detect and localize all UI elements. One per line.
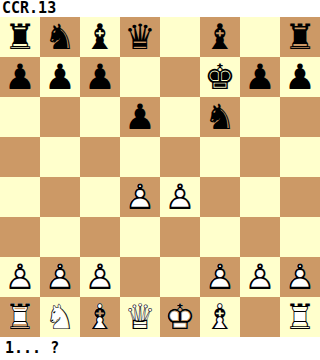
- piece-glyph: ♟: [0, 57, 40, 97]
- square-e1[interactable]: ♚♔: [160, 297, 200, 337]
- square-h1[interactable]: ♜♖: [280, 297, 320, 337]
- square-b8[interactable]: ♞: [40, 17, 80, 57]
- piece-outline: ♗: [200, 297, 240, 337]
- square-d4[interactable]: ♟♙: [120, 177, 160, 217]
- piece-glyph: ♛: [120, 17, 160, 57]
- piece-outline: ♙: [280, 257, 320, 297]
- white-pawn-icon[interactable]: ♟♙: [160, 177, 200, 217]
- black-pawn-icon[interactable]: ♟: [0, 57, 40, 97]
- white-bishop-icon[interactable]: ♝♗: [200, 297, 240, 337]
- square-b1[interactable]: ♞♘: [40, 297, 80, 337]
- black-queen-icon[interactable]: ♛: [120, 17, 160, 57]
- chess-puzzle-screen: CCR.13 ♜♞♝♛♝♜♟♟♟♚♟♟♟♞♟♙♟♙♟♙♟♙♟♙♟♙♟♙♟♙♜♖♞…: [0, 0, 320, 360]
- piece-glyph: ♟: [40, 57, 80, 97]
- white-pawn-icon[interactable]: ♟♙: [240, 257, 280, 297]
- square-d2[interactable]: [120, 257, 160, 297]
- square-e2[interactable]: [160, 257, 200, 297]
- piece-outline: ♕: [120, 297, 160, 337]
- black-pawn-icon[interactable]: ♟: [40, 57, 80, 97]
- square-d8[interactable]: ♛: [120, 17, 160, 57]
- black-pawn-icon[interactable]: ♟: [80, 57, 120, 97]
- square-c5[interactable]: [80, 137, 120, 177]
- square-b4[interactable]: [40, 177, 80, 217]
- piece-glyph: ♟: [280, 57, 320, 97]
- white-bishop-icon[interactable]: ♝♗: [80, 297, 120, 337]
- puzzle-id-label: CCR.13: [0, 0, 56, 17]
- square-a6[interactable]: [0, 97, 40, 137]
- piece-outline: ♗: [80, 297, 120, 337]
- piece-glyph: ♞: [40, 17, 80, 57]
- white-pawn-icon[interactable]: ♟♙: [200, 257, 240, 297]
- piece-outline: ♙: [80, 257, 120, 297]
- square-h6[interactable]: [280, 97, 320, 137]
- white-rook-icon[interactable]: ♜♖: [0, 297, 40, 337]
- square-a3[interactable]: [0, 217, 40, 257]
- square-c1[interactable]: ♝♗: [80, 297, 120, 337]
- header: CCR.13: [0, 0, 320, 17]
- black-bishop-icon[interactable]: ♝: [80, 17, 120, 57]
- square-g3[interactable]: [240, 217, 280, 257]
- black-king-icon[interactable]: ♚: [200, 57, 240, 97]
- black-pawn-icon[interactable]: ♟: [240, 57, 280, 97]
- move-prompt-label: 1... ?: [0, 337, 59, 360]
- piece-glyph: ♜: [0, 17, 40, 57]
- piece-outline: ♖: [0, 297, 40, 337]
- square-e5[interactable]: [160, 137, 200, 177]
- square-g5[interactable]: [240, 137, 280, 177]
- square-b7[interactable]: ♟: [40, 57, 80, 97]
- square-b2[interactable]: ♟♙: [40, 257, 80, 297]
- white-king-icon[interactable]: ♚♔: [160, 297, 200, 337]
- square-d7[interactable]: [120, 57, 160, 97]
- square-a4[interactable]: [0, 177, 40, 217]
- square-h5[interactable]: [280, 137, 320, 177]
- square-h3[interactable]: [280, 217, 320, 257]
- square-e7[interactable]: [160, 57, 200, 97]
- square-g8[interactable]: [240, 17, 280, 57]
- piece-outline: ♙: [200, 257, 240, 297]
- square-h7[interactable]: ♟: [280, 57, 320, 97]
- square-a5[interactable]: [0, 137, 40, 177]
- piece-outline: ♙: [120, 177, 160, 217]
- white-pawn-icon[interactable]: ♟♙: [280, 257, 320, 297]
- black-pawn-icon[interactable]: ♟: [120, 97, 160, 137]
- piece-outline: ♔: [160, 297, 200, 337]
- square-f1[interactable]: ♝♗: [200, 297, 240, 337]
- footer: 1... ?: [0, 337, 320, 360]
- square-g2[interactable]: ♟♙: [240, 257, 280, 297]
- square-a1[interactable]: ♜♖: [0, 297, 40, 337]
- white-pawn-icon[interactable]: ♟♙: [120, 177, 160, 217]
- square-d6[interactable]: ♟: [120, 97, 160, 137]
- square-a8[interactable]: ♜: [0, 17, 40, 57]
- square-c7[interactable]: ♟: [80, 57, 120, 97]
- square-d5[interactable]: [120, 137, 160, 177]
- white-pawn-icon[interactable]: ♟♙: [80, 257, 120, 297]
- black-rook-icon[interactable]: ♜: [0, 17, 40, 57]
- square-g6[interactable]: [240, 97, 280, 137]
- square-f8[interactable]: ♝: [200, 17, 240, 57]
- piece-outline: ♘: [40, 297, 80, 337]
- square-g4[interactable]: [240, 177, 280, 217]
- white-pawn-icon[interactable]: ♟♙: [40, 257, 80, 297]
- square-c2[interactable]: ♟♙: [80, 257, 120, 297]
- piece-outline: ♙: [160, 177, 200, 217]
- square-a2[interactable]: ♟♙: [0, 257, 40, 297]
- piece-glyph: ♟: [80, 57, 120, 97]
- piece-glyph: ♟: [120, 97, 160, 137]
- square-h8[interactable]: ♜: [280, 17, 320, 57]
- piece-glyph: ♞: [200, 97, 240, 137]
- square-f3[interactable]: [200, 217, 240, 257]
- square-e3[interactable]: [160, 217, 200, 257]
- white-rook-icon[interactable]: ♜♖: [280, 297, 320, 337]
- piece-glyph: ♜: [280, 17, 320, 57]
- square-h4[interactable]: [280, 177, 320, 217]
- square-g7[interactable]: ♟: [240, 57, 280, 97]
- square-f4[interactable]: [200, 177, 240, 217]
- black-bishop-icon[interactable]: ♝: [200, 17, 240, 57]
- piece-glyph: ♝: [200, 17, 240, 57]
- square-f6[interactable]: ♞: [200, 97, 240, 137]
- square-g1[interactable]: [240, 297, 280, 337]
- black-knight-icon[interactable]: ♞: [200, 97, 240, 137]
- square-h2[interactable]: ♟♙: [280, 257, 320, 297]
- piece-outline: ♙: [0, 257, 40, 297]
- chess-board: ♜♞♝♛♝♜♟♟♟♚♟♟♟♞♟♙♟♙♟♙♟♙♟♙♟♙♟♙♟♙♜♖♞♘♝♗♛♕♚♔…: [0, 17, 320, 337]
- square-b6[interactable]: [40, 97, 80, 137]
- square-e6[interactable]: [160, 97, 200, 137]
- square-b5[interactable]: [40, 137, 80, 177]
- piece-glyph: ♚: [200, 57, 240, 97]
- piece-glyph: ♝: [80, 17, 120, 57]
- piece-outline: ♙: [40, 257, 80, 297]
- square-c3[interactable]: [80, 217, 120, 257]
- piece-glyph: ♟: [240, 57, 280, 97]
- white-queen-icon[interactable]: ♛♕: [120, 297, 160, 337]
- square-c4[interactable]: [80, 177, 120, 217]
- piece-outline: ♖: [280, 297, 320, 337]
- square-e4[interactable]: ♟♙: [160, 177, 200, 217]
- black-pawn-icon[interactable]: ♟: [280, 57, 320, 97]
- square-f7[interactable]: ♚: [200, 57, 240, 97]
- white-pawn-icon[interactable]: ♟♙: [0, 257, 40, 297]
- square-f5[interactable]: [200, 137, 240, 177]
- square-d3[interactable]: [120, 217, 160, 257]
- black-rook-icon[interactable]: ♜: [280, 17, 320, 57]
- black-knight-icon[interactable]: ♞: [40, 17, 80, 57]
- white-knight-icon[interactable]: ♞♘: [40, 297, 80, 337]
- square-a7[interactable]: ♟: [0, 57, 40, 97]
- square-b3[interactable]: [40, 217, 80, 257]
- piece-outline: ♙: [240, 257, 280, 297]
- square-e8[interactable]: [160, 17, 200, 57]
- square-d1[interactable]: ♛♕: [120, 297, 160, 337]
- square-c6[interactable]: [80, 97, 120, 137]
- square-f2[interactable]: ♟♙: [200, 257, 240, 297]
- square-c8[interactable]: ♝: [80, 17, 120, 57]
